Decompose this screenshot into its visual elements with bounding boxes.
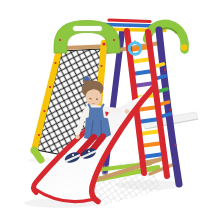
wooden-rung-left-frame (64, 47, 101, 49)
play-gym-illustration (0, 0, 215, 215)
product-photo (0, 0, 215, 215)
right-arch-handle (147, 24, 187, 51)
arch-handle-slot (73, 26, 103, 32)
hair-bow (84, 77, 89, 82)
right-sleeve (104, 109, 119, 111)
overall-skirt (84, 117, 111, 140)
top-bar-red (109, 20, 150, 22)
left-hand (75, 135, 80, 140)
arch-end-cap (181, 44, 187, 50)
right-hand (125, 109, 130, 114)
